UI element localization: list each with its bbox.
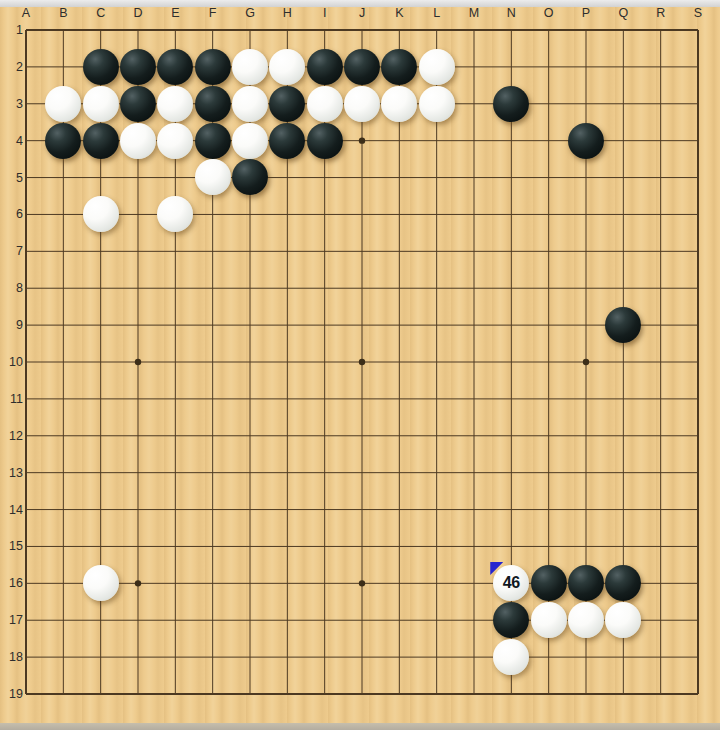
- white-stone-k3[interactable]: [381, 86, 417, 122]
- black-stone-f3[interactable]: [195, 86, 231, 122]
- black-stone-i2[interactable]: [307, 49, 343, 85]
- black-stone-f2[interactable]: [195, 49, 231, 85]
- black-stone-f4[interactable]: [195, 123, 231, 159]
- black-stone-q16[interactable]: [605, 565, 641, 601]
- move-number-label: 46: [493, 565, 529, 601]
- black-stone-q9[interactable]: [605, 307, 641, 343]
- black-stone-c4[interactable]: [83, 123, 119, 159]
- black-stone-k2[interactable]: [381, 49, 417, 85]
- white-stone-p17[interactable]: [568, 602, 604, 638]
- white-stone-c16[interactable]: [83, 565, 119, 601]
- white-stone-e6[interactable]: [157, 196, 193, 232]
- white-stone-l2[interactable]: [419, 49, 455, 85]
- black-stone-i4[interactable]: [307, 123, 343, 159]
- white-stone-n16[interactable]: 46: [493, 565, 529, 601]
- black-stone-e2[interactable]: [157, 49, 193, 85]
- white-stone-c3[interactable]: [83, 86, 119, 122]
- white-stone-g3[interactable]: [232, 86, 268, 122]
- black-stone-p16[interactable]: [568, 565, 604, 601]
- black-stone-b4[interactable]: [45, 123, 81, 159]
- black-stone-n3[interactable]: [493, 86, 529, 122]
- go-app-window: ABCDEFGHIJKLMNOPQRS123456789101112131415…: [0, 0, 720, 730]
- white-stone-d4[interactable]: [120, 123, 156, 159]
- black-stone-n17[interactable]: [493, 602, 529, 638]
- white-stone-o17[interactable]: [531, 602, 567, 638]
- black-stone-d2[interactable]: [120, 49, 156, 85]
- white-stone-g2[interactable]: [232, 49, 268, 85]
- white-stone-n18[interactable]: [493, 639, 529, 675]
- white-stone-q17[interactable]: [605, 602, 641, 638]
- black-stone-j2[interactable]: [344, 49, 380, 85]
- white-stone-i3[interactable]: [307, 86, 343, 122]
- white-stone-f5[interactable]: [195, 159, 231, 195]
- white-stone-b3[interactable]: [45, 86, 81, 122]
- black-stone-c2[interactable]: [83, 49, 119, 85]
- white-stone-h2[interactable]: [269, 49, 305, 85]
- black-stone-h4[interactable]: [269, 123, 305, 159]
- black-stone-o16[interactable]: [531, 565, 567, 601]
- white-stone-e3[interactable]: [157, 86, 193, 122]
- black-stone-p4[interactable]: [568, 123, 604, 159]
- black-stone-d3[interactable]: [120, 86, 156, 122]
- black-stone-g5[interactable]: [232, 159, 268, 195]
- white-stone-l3[interactable]: [419, 86, 455, 122]
- white-stone-c6[interactable]: [83, 196, 119, 232]
- white-stone-g4[interactable]: [232, 123, 268, 159]
- black-stone-h3[interactable]: [269, 86, 305, 122]
- white-stone-e4[interactable]: [157, 123, 193, 159]
- bottom-edge-strip: [0, 723, 720, 730]
- white-stone-j3[interactable]: [344, 86, 380, 122]
- board-intersections-grid[interactable]: 46: [7, 12, 716, 713]
